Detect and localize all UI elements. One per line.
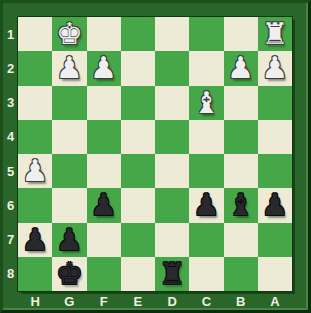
square-a1[interactable]: ♜ [258,17,292,51]
square-e2[interactable] [121,51,155,85]
black-bishop[interactable]: ♝ [227,188,254,222]
square-e7[interactable] [121,223,155,257]
square-c2[interactable] [189,51,223,85]
square-f6[interactable]: ♟ [87,188,121,222]
square-g2[interactable]: ♟ [52,51,86,85]
square-d7[interactable] [155,223,189,257]
square-c6[interactable]: ♟ [189,188,223,222]
square-f8[interactable] [87,257,121,291]
square-h5[interactable]: ♟ [18,154,52,188]
square-f5[interactable] [87,154,121,188]
black-pawn[interactable]: ♟ [261,188,288,222]
square-e6[interactable] [121,188,155,222]
square-a8[interactable] [258,257,292,291]
file-label-g: G [52,293,86,310]
square-f7[interactable] [87,223,121,257]
square-d2[interactable] [155,51,189,85]
square-h4[interactable] [18,120,52,154]
square-b5[interactable] [224,154,258,188]
black-king[interactable]: ♚ [56,257,83,291]
black-pawn[interactable]: ♟ [22,223,49,257]
square-c1[interactable] [189,17,223,51]
square-f1[interactable] [87,17,121,51]
white-pawn[interactable]: ♟ [227,51,254,85]
square-a2[interactable]: ♟ [258,51,292,85]
square-g1[interactable]: ♚ [52,17,86,51]
white-pawn[interactable]: ♟ [261,51,288,85]
square-b8[interactable] [224,257,258,291]
white-pawn[interactable]: ♟ [22,154,49,188]
square-e8[interactable] [121,257,155,291]
chess-board: ♚♜♟♟♟♟♝♟♟♟♝♟♟♟♚♜ [18,17,292,291]
square-g8[interactable]: ♚ [52,257,86,291]
square-b1[interactable] [224,17,258,51]
square-f2[interactable]: ♟ [87,51,121,85]
rank-label-8: 8 [3,257,18,291]
square-h8[interactable] [18,257,52,291]
square-e5[interactable] [121,154,155,188]
file-label-c: C [189,293,223,310]
square-f4[interactable] [87,120,121,154]
file-label-h: H [18,293,52,310]
square-a3[interactable] [258,86,292,120]
square-a4[interactable] [258,120,292,154]
square-b4[interactable] [224,120,258,154]
white-bishop[interactable]: ♝ [193,86,220,120]
rank-label-3: 3 [3,86,18,120]
square-d5[interactable] [155,154,189,188]
square-a7[interactable] [258,223,292,257]
square-a6[interactable]: ♟ [258,188,292,222]
square-d3[interactable] [155,86,189,120]
square-c8[interactable] [189,257,223,291]
square-g4[interactable] [52,120,86,154]
file-label-b: B [224,293,258,310]
square-a5[interactable] [258,154,292,188]
black-pawn[interactable]: ♟ [56,223,83,257]
white-pawn[interactable]: ♟ [90,51,117,85]
square-e3[interactable] [121,86,155,120]
square-h6[interactable] [18,188,52,222]
black-pawn[interactable]: ♟ [90,188,117,222]
square-d6[interactable] [155,188,189,222]
square-g6[interactable] [52,188,86,222]
square-b7[interactable] [224,223,258,257]
file-labels: HGFEDCBA [18,293,292,310]
black-rook[interactable]: ♜ [159,257,186,291]
square-h2[interactable] [18,51,52,85]
white-rook[interactable]: ♜ [261,17,288,51]
square-c4[interactable] [189,120,223,154]
square-f3[interactable] [87,86,121,120]
rank-label-1: 1 [3,17,18,51]
square-d1[interactable] [155,17,189,51]
rank-label-5: 5 [3,154,18,188]
file-label-d: D [155,293,189,310]
white-king[interactable]: ♚ [56,17,83,51]
square-d8[interactable]: ♜ [155,257,189,291]
square-g7[interactable]: ♟ [52,223,86,257]
square-b2[interactable]: ♟ [224,51,258,85]
rank-labels: 12345678 [3,17,18,291]
file-label-a: A [258,293,292,310]
square-d4[interactable] [155,120,189,154]
square-h1[interactable] [18,17,52,51]
square-e4[interactable] [121,120,155,154]
rank-label-7: 7 [3,223,18,257]
chess-board-widget: ♚♜♟♟♟♟♝♟♟♟♝♟♟♟♚♜ 12345678 HGFEDCBA [0,0,311,313]
white-pawn[interactable]: ♟ [56,51,83,85]
black-pawn[interactable]: ♟ [193,188,220,222]
file-label-f: F [87,293,121,310]
file-label-e: E [121,293,155,310]
square-c5[interactable] [189,154,223,188]
rank-label-6: 6 [3,188,18,222]
square-g5[interactable] [52,154,86,188]
rank-label-2: 2 [3,51,18,85]
square-e1[interactable] [121,17,155,51]
square-h7[interactable]: ♟ [18,223,52,257]
square-b6[interactable]: ♝ [224,188,258,222]
square-c3[interactable]: ♝ [189,86,223,120]
square-c7[interactable] [189,223,223,257]
rank-label-4: 4 [3,120,18,154]
square-b3[interactable] [224,86,258,120]
square-h3[interactable] [18,86,52,120]
square-g3[interactable] [52,86,86,120]
